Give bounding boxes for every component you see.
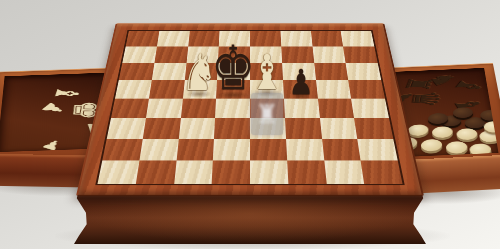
- piece-shadow: [217, 91, 249, 99]
- watermark-overlay: ♜: [251, 93, 283, 135]
- chess-box-photo: ♝♚♟♞♟ ♜♞♝♛♟♝ ♞♚♝♟♜: [0, 0, 500, 249]
- piece-shadow: [292, 92, 310, 100]
- chess-piece-black-king: ♚: [211, 38, 255, 99]
- piece-shadow: [186, 90, 212, 98]
- watermark-glyph: ♜: [255, 101, 278, 127]
- pieces-overlay: ♞♚♝♟♜: [0, 0, 500, 249]
